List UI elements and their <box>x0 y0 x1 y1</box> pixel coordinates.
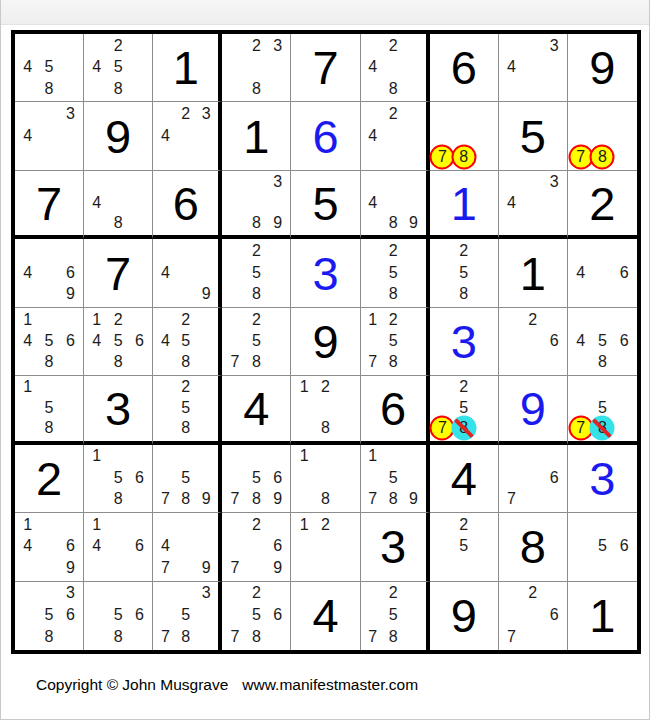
empty-candidate-slot <box>267 240 288 261</box>
sudoku-cell-r5c6[interactable]: 12578 <box>361 308 430 376</box>
empty-candidate-slot <box>60 377 81 397</box>
empty-candidate-slot <box>363 604 383 626</box>
candidate-7: 7 <box>155 626 175 648</box>
empty-candidate-slot <box>522 35 543 56</box>
cell-value: 7 <box>291 34 359 101</box>
empty-candidate-slot <box>522 172 543 192</box>
empty-candidate-slot <box>363 103 383 124</box>
candidate-digit: 1 <box>368 312 377 328</box>
candidate-grid: 25 <box>432 514 496 578</box>
candidate-4: 4 <box>86 536 107 557</box>
empty-candidate-slot <box>592 125 614 146</box>
cell-value: 1 <box>568 582 637 650</box>
sudoku-cell-r2c5[interactable]: 6 <box>291 102 360 170</box>
candidate-7: 7 <box>363 489 383 510</box>
sudoku-cell-r2c7[interactable]: 78 <box>430 102 499 170</box>
empty-candidate-slot <box>474 240 495 261</box>
candidate-grid: 49 <box>155 240 216 304</box>
sudoku-cell-r2c3[interactable]: 234 <box>153 102 222 170</box>
sudoku-cell-r6c6[interactable]: 6 <box>361 376 430 444</box>
cell-value: 9 <box>430 582 498 650</box>
candidate-digit: 5 <box>45 333 54 349</box>
candidate-digit: 7 <box>368 491 377 507</box>
sudoku-cell-r6c7[interactable]: 2578 <box>430 376 499 444</box>
empty-candidate-slot <box>613 283 635 304</box>
candidate-digit: 2 <box>181 379 190 395</box>
empty-candidate-slot <box>196 330 216 351</box>
candidate-grid: 56789 <box>224 446 288 510</box>
candidate-grid: 258 <box>155 377 216 438</box>
empty-candidate-slot <box>363 146 383 167</box>
empty-candidate-slot <box>432 283 453 304</box>
candidate-digit: 2 <box>321 379 330 395</box>
cell-value: 7 <box>84 239 152 306</box>
candidate-digit: 4 <box>368 128 377 144</box>
candidate-digit: 6 <box>273 538 282 554</box>
sudoku-cell-r4c5[interactable]: 3 <box>291 239 360 307</box>
empty-candidate-slot <box>363 240 383 261</box>
sudoku-cell-r9c8[interactable]: 267 <box>499 582 568 650</box>
sudoku-cell-r5c5[interactable]: 9 <box>291 308 360 376</box>
empty-candidate-slot <box>38 309 59 330</box>
empty-candidate-slot <box>196 514 216 535</box>
sudoku-cell-r5c9[interactable]: 4568 <box>568 308 637 376</box>
empty-candidate-slot <box>613 377 635 397</box>
candidate-3: 3 <box>196 583 216 605</box>
empty-candidate-slot <box>129 78 150 99</box>
sudoku-cell-r7c1[interactable]: 2 <box>15 445 84 513</box>
candidate-digit: 2 <box>389 106 398 122</box>
candidate-8: 8 <box>383 352 403 373</box>
empty-candidate-slot <box>17 626 38 648</box>
sudoku-cell-r3c7[interactable]: 1 <box>430 171 499 239</box>
empty-candidate-slot <box>86 604 107 626</box>
candidate-digit: 8 <box>252 354 261 370</box>
sudoku-cell-r9c9[interactable]: 1 <box>568 582 637 650</box>
candidate-8: 8 <box>107 213 128 233</box>
candidate-digit: 7 <box>576 149 585 165</box>
sudoku-cell-r8c2[interactable]: 146 <box>84 513 153 581</box>
empty-candidate-slot <box>176 536 196 557</box>
candidate-digit: 2 <box>459 379 468 395</box>
sudoku-cell-r1c2[interactable]: 2458 <box>84 34 153 102</box>
candidate-2: 2 <box>383 309 403 330</box>
empty-candidate-slot <box>544 56 565 77</box>
candidate-7: 7 <box>224 352 245 373</box>
sudoku-cell-r5c2[interactable]: 124568 <box>84 308 153 376</box>
candidate-digit: 8 <box>252 286 261 302</box>
candidate-digit: 8 <box>389 491 398 507</box>
candidate-5: 5 <box>107 330 128 351</box>
empty-candidate-slot <box>315 467 336 488</box>
candidate-6: 6 <box>60 604 81 626</box>
candidate-digit: 8 <box>598 354 607 370</box>
candidate-grid: 3568 <box>17 583 81 648</box>
candidate-6: 6 <box>544 330 565 351</box>
candidate-3: 3 <box>267 35 288 56</box>
empty-candidate-slot <box>501 309 522 330</box>
sudoku-cell-r8c9[interactable]: 56 <box>568 513 637 581</box>
empty-candidate-slot <box>224 309 245 330</box>
candidate-grid: 458 <box>17 35 81 99</box>
empty-candidate-slot <box>432 240 453 261</box>
candidate-6: 6 <box>60 330 81 351</box>
empty-candidate-slot <box>474 146 495 167</box>
empty-candidate-slot <box>403 35 423 56</box>
sudoku-cell-r8c7[interactable]: 25 <box>430 513 499 581</box>
sudoku-cell-r7c6[interactable]: 15789 <box>361 445 430 513</box>
sudoku-cell-r7c2[interactable]: 1568 <box>84 445 153 513</box>
empty-candidate-slot <box>474 536 495 557</box>
empty-candidate-slot <box>403 103 423 124</box>
cell-value: 9 <box>84 102 152 169</box>
sudoku-cell-r9c7[interactable]: 9 <box>430 582 499 650</box>
cell-value: 7 <box>15 171 83 235</box>
sudoku-cell-r4c8[interactable]: 1 <box>499 239 568 307</box>
candidate-digit: 2 <box>252 38 261 54</box>
sudoku-cell-r5c4[interactable]: 2578 <box>222 308 291 376</box>
empty-candidate-slot <box>613 557 635 578</box>
empty-candidate-slot <box>129 56 150 77</box>
candidate-digit: 5 <box>114 333 123 349</box>
candidate-digit: 7 <box>507 629 516 645</box>
empty-candidate-slot <box>432 557 453 578</box>
empty-candidate-slot <box>86 172 107 192</box>
sudoku-cell-r8c6[interactable]: 3 <box>361 513 430 581</box>
cell-value: 6 <box>430 34 498 101</box>
sudoku-cell-r8c1[interactable]: 1469 <box>15 513 84 581</box>
sudoku-cell-r3c3[interactable]: 6 <box>153 171 222 239</box>
candidate-grid: 489 <box>363 172 424 233</box>
empty-candidate-slot <box>570 125 592 146</box>
candidate-digit: 1 <box>92 517 101 533</box>
empty-candidate-slot <box>196 398 216 418</box>
candidate-4: 4 <box>501 192 522 212</box>
candidate-digit: 8 <box>459 149 468 165</box>
empty-candidate-slot <box>17 352 38 373</box>
empty-candidate-slot <box>129 309 150 330</box>
candidate-digit: 4 <box>23 333 32 349</box>
sudoku-cell-r2c9[interactable]: 78 <box>568 102 637 170</box>
candidate-5: 5 <box>107 56 128 77</box>
empty-candidate-slot <box>86 626 107 648</box>
sudoku-cell-r5c3[interactable]: 2458 <box>153 308 222 376</box>
cell-value: 5 <box>499 102 567 169</box>
empty-candidate-slot <box>363 78 383 99</box>
sudoku-cell-r7c3[interactable]: 5789 <box>153 445 222 513</box>
candidate-digit: 8 <box>45 354 54 370</box>
candidate-8: 8 <box>38 78 59 99</box>
candidate-digit: 8 <box>459 286 468 302</box>
candidate-digit: 2 <box>389 38 398 54</box>
candidate-digit: 8 <box>389 81 398 97</box>
empty-candidate-slot <box>129 583 150 605</box>
empty-candidate-slot <box>86 352 107 373</box>
sudoku-cell-r3c4[interactable]: 389 <box>222 171 291 239</box>
candidate-digit: 7 <box>161 491 170 507</box>
candidate-6: 6 <box>613 536 635 557</box>
candidate-2: 2 <box>176 103 196 124</box>
sudoku-cell-r5c7[interactable]: 3 <box>430 308 499 376</box>
candidate-digit: 6 <box>135 538 144 554</box>
sudoku-cell-r4c4[interactable]: 258 <box>222 239 291 307</box>
sudoku-cell-r9c4[interactable]: 25678 <box>222 582 291 650</box>
candidate-digit: 5 <box>389 265 398 281</box>
empty-candidate-slot <box>155 583 175 605</box>
candidate-digit: 7 <box>368 629 377 645</box>
empty-candidate-slot <box>544 489 565 510</box>
candidate-digit: 2 <box>181 106 190 122</box>
sudoku-cell-r1c5[interactable]: 7 <box>291 34 360 102</box>
sudoku-cell-r1c7[interactable]: 6 <box>430 34 499 102</box>
candidate-grid: 389 <box>224 172 288 233</box>
candidate-digit: 6 <box>550 333 559 349</box>
candidate-7: 7 <box>224 626 245 648</box>
candidate-4: 4 <box>155 262 175 283</box>
candidate-2: 2 <box>522 309 543 330</box>
candidate-3: 3 <box>60 103 81 124</box>
sudoku-cell-r6c4[interactable]: 4 <box>222 376 291 444</box>
empty-candidate-slot <box>293 398 314 418</box>
candidate-digit: 4 <box>23 128 32 144</box>
sudoku-cell-r8c8[interactable]: 8 <box>499 513 568 581</box>
empty-candidate-slot <box>86 583 107 605</box>
sudoku-cell-r9c5[interactable]: 4 <box>291 582 360 650</box>
sudoku-cell-r4c2[interactable]: 7 <box>84 239 153 307</box>
candidate-5: 5 <box>38 330 59 351</box>
empty-candidate-slot <box>196 240 216 261</box>
empty-candidate-slot <box>155 467 175 488</box>
empty-candidate-slot <box>224 262 245 283</box>
empty-candidate-slot <box>336 557 357 578</box>
sudoku-cell-r6c5[interactable]: 128 <box>291 376 360 444</box>
candidate-2: 2 <box>383 583 403 605</box>
empty-candidate-slot <box>224 35 245 56</box>
candidate-digit: 5 <box>252 265 261 281</box>
candidate-2: 2 <box>453 377 474 397</box>
candidate-digit: 6 <box>66 333 75 349</box>
sudoku-cell-r9c2[interactable]: 568 <box>84 582 153 650</box>
candidate-3: 3 <box>544 35 565 56</box>
candidate-1: 1 <box>17 377 38 397</box>
empty-candidate-slot <box>129 213 150 233</box>
sudoku-cell-r4c9[interactable]: 46 <box>568 239 637 307</box>
empty-candidate-slot <box>86 35 107 56</box>
candidate-grid: 34 <box>501 35 565 99</box>
candidate-8: 8 <box>592 352 614 373</box>
candidate-6: 6 <box>267 536 288 557</box>
sudoku-cell-r7c5[interactable]: 18 <box>291 445 360 513</box>
sudoku-cell-r3c2[interactable]: 48 <box>84 171 153 239</box>
empty-candidate-slot <box>86 78 107 99</box>
sudoku-cell-r7c8[interactable]: 67 <box>499 445 568 513</box>
sudoku-cell-r3c6[interactable]: 489 <box>361 171 430 239</box>
sudoku-cell-r1c9[interactable]: 9 <box>568 34 637 102</box>
candidate-grid: 18 <box>293 446 357 510</box>
empty-candidate-slot <box>17 283 38 304</box>
candidate-3: 3 <box>544 172 565 192</box>
candidate-grid: 2458 <box>155 309 216 373</box>
candidate-digit: 7 <box>231 560 240 576</box>
candidate-digit: 6 <box>273 607 282 623</box>
sudoku-cell-r5c8[interactable]: 26 <box>499 308 568 376</box>
sudoku-cell-r1c4[interactable]: 238 <box>222 34 291 102</box>
candidate-5: 5 <box>453 262 474 283</box>
sudoku-cell-r7c4[interactable]: 56789 <box>222 445 291 513</box>
empty-candidate-slot <box>432 514 453 535</box>
candidate-digit: 9 <box>273 491 282 507</box>
sudoku-cell-r3c1[interactable]: 7 <box>15 171 84 239</box>
sudoku-cell-r8c4[interactable]: 2679 <box>222 513 291 581</box>
empty-candidate-slot <box>267 514 288 535</box>
sudoku-cell-r2c2[interactable]: 9 <box>84 102 153 170</box>
empty-candidate-slot <box>544 309 565 330</box>
candidate-grid: 12578 <box>363 309 424 373</box>
sudoku-cell-r9c3[interactable]: 3578 <box>153 582 222 650</box>
sudoku-cell-r4c3[interactable]: 49 <box>153 239 222 307</box>
sudoku-cell-r6c8[interactable]: 9 <box>499 376 568 444</box>
empty-candidate-slot <box>501 330 522 351</box>
candidate-5: 5 <box>592 536 614 557</box>
candidate-digit: 2 <box>528 585 537 601</box>
empty-candidate-slot <box>474 557 495 578</box>
candidate-6: 6 <box>60 262 81 283</box>
empty-candidate-slot <box>38 125 59 146</box>
sudoku-cell-r7c7[interactable]: 4 <box>430 445 499 513</box>
sudoku-cell-r3c5[interactable]: 5 <box>291 171 360 239</box>
candidate-8: 8 <box>592 418 614 438</box>
candidate-digit: 7 <box>368 354 377 370</box>
sudoku-cell-r3c9[interactable]: 2 <box>568 171 637 239</box>
empty-candidate-slot <box>592 514 614 535</box>
sudoku-cell-r7c9[interactable]: 3 <box>568 445 637 513</box>
candidate-digit: 9 <box>409 491 418 507</box>
empty-candidate-slot <box>474 418 495 438</box>
empty-candidate-slot <box>522 78 543 99</box>
sudoku-cell-r9c6[interactable]: 2578 <box>361 582 430 650</box>
empty-candidate-slot <box>196 467 216 488</box>
sudoku-cell-r6c2[interactable]: 3 <box>84 376 153 444</box>
sudoku-cell-r1c8[interactable]: 34 <box>499 34 568 102</box>
sudoku-cell-r2c1[interactable]: 34 <box>15 102 84 170</box>
sudoku-cell-r1c3[interactable]: 1 <box>153 34 222 102</box>
candidate-digit: 2 <box>389 312 398 328</box>
sudoku-cell-r4c6[interactable]: 258 <box>361 239 430 307</box>
candidate-7: 7 <box>432 418 453 438</box>
candidate-grid: 4568 <box>570 309 635 373</box>
empty-candidate-slot <box>38 377 59 397</box>
sudoku-cell-r9c1[interactable]: 3568 <box>15 582 84 650</box>
candidate-grid: 56 <box>570 514 635 578</box>
sudoku-cell-r8c5[interactable]: 12 <box>291 513 360 581</box>
empty-candidate-slot <box>592 240 614 261</box>
candidate-2: 2 <box>246 240 267 261</box>
empty-candidate-slot <box>501 604 522 626</box>
candidate-8: 8 <box>176 489 196 510</box>
empty-candidate-slot <box>474 103 495 124</box>
sudoku-cell-r1c6[interactable]: 248 <box>361 34 430 102</box>
cell-value: 5 <box>291 171 359 235</box>
candidate-8: 8 <box>107 78 128 99</box>
candidate-5: 5 <box>592 398 614 418</box>
candidate-5: 5 <box>38 398 59 418</box>
sudoku-cell-r1c1[interactable]: 458 <box>15 34 84 102</box>
empty-candidate-slot <box>196 146 216 167</box>
candidate-digit: 8 <box>252 629 261 645</box>
candidate-digit: 6 <box>66 538 75 554</box>
empty-candidate-slot <box>315 557 336 578</box>
empty-candidate-slot <box>432 536 453 557</box>
candidate-digit: 8 <box>45 81 54 97</box>
empty-candidate-slot <box>155 283 175 304</box>
candidate-8: 8 <box>246 626 267 648</box>
empty-candidate-slot <box>224 583 245 605</box>
empty-candidate-slot <box>522 446 543 467</box>
candidate-7: 7 <box>501 489 522 510</box>
empty-candidate-slot <box>129 626 150 648</box>
sudoku-cell-r2c4[interactable]: 1 <box>222 102 291 170</box>
candidate-digit: 8 <box>181 420 190 436</box>
candidate-6: 6 <box>544 604 565 626</box>
sudoku-cell-r2c6[interactable]: 24 <box>361 102 430 170</box>
empty-candidate-slot <box>613 146 635 167</box>
candidate-digit: 5 <box>459 265 468 281</box>
empty-candidate-slot <box>224 56 245 77</box>
empty-candidate-slot <box>501 446 522 467</box>
sudoku-cell-r4c7[interactable]: 258 <box>430 239 499 307</box>
candidate-digit: 5 <box>252 333 261 349</box>
empty-candidate-slot <box>613 240 635 261</box>
empty-candidate-slot <box>86 467 107 488</box>
empty-candidate-slot <box>176 283 196 304</box>
sudoku-cell-r3c8[interactable]: 34 <box>499 171 568 239</box>
sudoku-cell-r2c8[interactable]: 5 <box>499 102 568 170</box>
candidate-digit: 8 <box>45 629 54 645</box>
sudoku-cell-r4c1[interactable]: 469 <box>15 239 84 307</box>
empty-candidate-slot <box>176 446 196 467</box>
candidate-digit: 5 <box>114 607 123 623</box>
candidate-5: 5 <box>246 262 267 283</box>
empty-candidate-slot <box>570 514 592 535</box>
empty-candidate-slot <box>155 240 175 261</box>
candidate-digit: 6 <box>620 538 629 554</box>
empty-candidate-slot <box>501 35 522 56</box>
empty-candidate-slot <box>129 172 150 192</box>
sudoku-cell-r5c1[interactable]: 14568 <box>15 308 84 376</box>
sudoku-cell-r6c1[interactable]: 158 <box>15 376 84 444</box>
candidate-digit: 6 <box>273 470 282 486</box>
candidate-digit: 8 <box>181 491 190 507</box>
empty-candidate-slot <box>176 557 196 578</box>
candidate-digit: 2 <box>114 312 123 328</box>
empty-candidate-slot <box>176 514 196 535</box>
candidate-digit: 6 <box>620 265 629 281</box>
candidate-digit: 4 <box>23 538 32 554</box>
empty-candidate-slot <box>522 192 543 212</box>
sudoku-cell-r6c9[interactable]: 578 <box>568 376 637 444</box>
empty-candidate-slot <box>403 172 423 192</box>
cell-value: 9 <box>499 376 567 440</box>
candidate-2: 2 <box>246 514 267 535</box>
candidate-digit: 6 <box>135 333 144 349</box>
sudoku-cell-r8c3[interactable]: 479 <box>153 513 222 581</box>
candidate-5: 5 <box>246 467 267 488</box>
sudoku-cell-r6c3[interactable]: 258 <box>153 376 222 444</box>
empty-candidate-slot <box>383 192 403 212</box>
candidate-digit: 6 <box>66 607 75 623</box>
candidate-8: 8 <box>107 489 128 510</box>
empty-candidate-slot <box>403 125 423 146</box>
